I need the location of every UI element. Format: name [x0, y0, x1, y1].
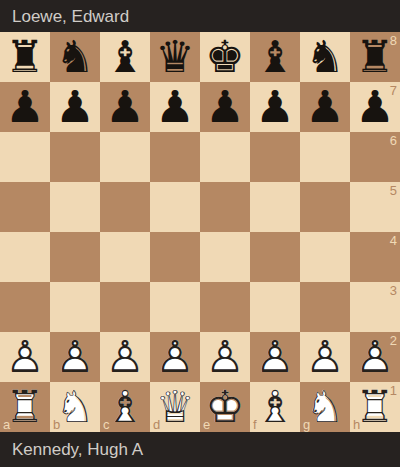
piece-glyph-fill: ♛	[150, 32, 200, 82]
square-g4[interactable]	[300, 232, 350, 282]
square-h2[interactable]: ♟♙2	[350, 332, 400, 382]
piece-glyph-fill: ♟	[0, 82, 50, 132]
piece-glyph-outline: ♙	[250, 332, 300, 382]
square-g5[interactable]	[300, 182, 350, 232]
file-label-e: e	[203, 418, 210, 431]
file-label-a: a	[3, 418, 10, 431]
white-pawn[interactable]: ♟♙	[300, 332, 350, 382]
square-e2[interactable]: ♟♙	[200, 332, 250, 382]
square-g6[interactable]	[300, 132, 350, 182]
piece-glyph-fill: ♞	[300, 32, 350, 82]
square-b5[interactable]	[50, 182, 100, 232]
square-b6[interactable]	[50, 132, 100, 182]
black-queen[interactable]: ♛	[150, 32, 200, 82]
piece-glyph-fill: ♝	[250, 32, 300, 82]
square-b8[interactable]: ♞	[50, 32, 100, 82]
rank-label-7: 7	[390, 84, 397, 97]
square-f5[interactable]	[250, 182, 300, 232]
square-f2[interactable]: ♟♙	[250, 332, 300, 382]
black-pawn[interactable]: ♟	[200, 82, 250, 132]
square-f8[interactable]: ♝	[250, 32, 300, 82]
piece-glyph-fill: ♞	[50, 32, 100, 82]
white-pawn[interactable]: ♟♙	[50, 332, 100, 382]
square-g2[interactable]: ♟♙	[300, 332, 350, 382]
square-c1[interactable]: ♝♗c	[100, 382, 150, 432]
rank-label-8: 8	[390, 34, 397, 47]
rank-label-1: 1	[390, 384, 397, 397]
square-h8[interactable]: ♜8	[350, 32, 400, 82]
square-e6[interactable]	[200, 132, 250, 182]
piece-glyph-outline: ♙	[100, 332, 150, 382]
bottom-player-bar: Kennedy, Hugh A	[0, 432, 400, 467]
white-pawn[interactable]: ♟♙	[200, 332, 250, 382]
black-pawn[interactable]: ♟	[0, 82, 50, 132]
square-c3[interactable]	[100, 282, 150, 332]
square-h7[interactable]: ♟7	[350, 82, 400, 132]
square-h5[interactable]: 5	[350, 182, 400, 232]
top-player-bar: Loewe, Edward	[0, 0, 400, 32]
white-pawn[interactable]: ♟♙	[150, 332, 200, 382]
square-a1[interactable]: ♜♖a	[0, 382, 50, 432]
square-g3[interactable]	[300, 282, 350, 332]
black-knight[interactable]: ♞	[50, 32, 100, 82]
square-d1[interactable]: ♛♕d	[150, 382, 200, 432]
square-d5[interactable]	[150, 182, 200, 232]
chess-board: ♜♞♝♛♚♝♞♜8♟♟♟♟♟♟♟♟76543♟♙♟♙♟♙♟♙♟♙♟♙♟♙♟♙2♜…	[0, 32, 400, 432]
black-rook[interactable]: ♜	[0, 32, 50, 82]
square-f7[interactable]: ♟	[250, 82, 300, 132]
piece-glyph-fill: ♚	[200, 32, 250, 82]
square-d8[interactable]: ♛	[150, 32, 200, 82]
bottom-player-name: Kennedy, Hugh A	[12, 441, 143, 458]
square-b3[interactable]	[50, 282, 100, 332]
square-a7[interactable]: ♟	[0, 82, 50, 132]
square-c8[interactable]: ♝	[100, 32, 150, 82]
piece-glyph-fill: ♝	[100, 32, 150, 82]
square-b1[interactable]: ♞♘b	[50, 382, 100, 432]
white-pawn[interactable]: ♟♙	[0, 332, 50, 382]
square-h3[interactable]: 3	[350, 282, 400, 332]
piece-glyph-outline: ♙	[0, 332, 50, 382]
square-g7[interactable]: ♟	[300, 82, 350, 132]
black-bishop[interactable]: ♝	[250, 32, 300, 82]
square-d2[interactable]: ♟♙	[150, 332, 200, 382]
file-label-g: g	[303, 418, 310, 431]
rank-label-6: 6	[390, 134, 397, 147]
piece-glyph-fill: ♟	[100, 82, 150, 132]
square-a4[interactable]	[0, 232, 50, 282]
square-f1[interactable]: ♝♗f	[250, 382, 300, 432]
black-pawn[interactable]: ♟	[150, 82, 200, 132]
square-c2[interactable]: ♟♙	[100, 332, 150, 382]
black-king[interactable]: ♚	[200, 32, 250, 82]
piece-glyph-fill: ♟	[300, 82, 350, 132]
black-pawn[interactable]: ♟	[300, 82, 350, 132]
rank-label-3: 3	[390, 284, 397, 297]
piece-glyph-fill: ♟	[150, 82, 200, 132]
square-c4[interactable]	[100, 232, 150, 282]
black-pawn[interactable]: ♟	[50, 82, 100, 132]
square-b7[interactable]: ♟	[50, 82, 100, 132]
white-pawn[interactable]: ♟♙	[250, 332, 300, 382]
square-d7[interactable]: ♟	[150, 82, 200, 132]
square-h1[interactable]: ♜♖1h	[350, 382, 400, 432]
square-a3[interactable]	[0, 282, 50, 332]
piece-glyph-outline: ♙	[150, 332, 200, 382]
square-e5[interactable]	[200, 182, 250, 232]
piece-glyph-fill: ♟	[50, 82, 100, 132]
top-player-name: Loewe, Edward	[12, 8, 129, 25]
black-bishop[interactable]: ♝	[100, 32, 150, 82]
square-a8[interactable]: ♜	[0, 32, 50, 82]
square-a6[interactable]	[0, 132, 50, 182]
rank-label-5: 5	[390, 184, 397, 197]
square-h6[interactable]: 6	[350, 132, 400, 182]
file-label-d: d	[153, 418, 160, 431]
square-d3[interactable]	[150, 282, 200, 332]
rank-label-2: 2	[390, 334, 397, 347]
piece-glyph-outline: ♙	[50, 332, 100, 382]
square-b2[interactable]: ♟♙	[50, 332, 100, 382]
square-e3[interactable]	[200, 282, 250, 332]
square-f4[interactable]	[250, 232, 300, 282]
square-d6[interactable]	[150, 132, 200, 182]
square-b4[interactable]	[50, 232, 100, 282]
file-label-h: h	[353, 418, 360, 431]
square-d4[interactable]	[150, 232, 200, 282]
square-c5[interactable]	[100, 182, 150, 232]
square-c6[interactable]	[100, 132, 150, 182]
black-pawn[interactable]: ♟	[250, 82, 300, 132]
white-bishop[interactable]: ♝♗	[250, 382, 300, 432]
piece-glyph-outline: ♙	[300, 332, 350, 382]
black-knight[interactable]: ♞	[300, 32, 350, 82]
square-g8[interactable]: ♞	[300, 32, 350, 82]
black-pawn[interactable]: ♟	[100, 82, 150, 132]
square-f6[interactable]	[250, 132, 300, 182]
square-e4[interactable]	[200, 232, 250, 282]
square-g1[interactable]: ♞♘g	[300, 382, 350, 432]
file-label-f: f	[253, 418, 257, 431]
square-a2[interactable]: ♟♙	[0, 332, 50, 382]
piece-glyph-outline: ♙	[200, 332, 250, 382]
square-e8[interactable]: ♚	[200, 32, 250, 82]
square-h4[interactable]: 4	[350, 232, 400, 282]
rank-label-4: 4	[390, 234, 397, 247]
square-a5[interactable]	[0, 182, 50, 232]
square-e7[interactable]: ♟	[200, 82, 250, 132]
file-label-b: b	[53, 418, 60, 431]
square-f3[interactable]	[250, 282, 300, 332]
file-label-c: c	[103, 418, 110, 431]
square-e1[interactable]: ♚♔e	[200, 382, 250, 432]
white-pawn[interactable]: ♟♙	[100, 332, 150, 382]
piece-glyph-fill: ♟	[200, 82, 250, 132]
piece-glyph-fill: ♜	[0, 32, 50, 82]
square-c7[interactable]: ♟	[100, 82, 150, 132]
piece-glyph-fill: ♟	[250, 82, 300, 132]
piece-glyph-outline: ♗	[250, 382, 300, 432]
